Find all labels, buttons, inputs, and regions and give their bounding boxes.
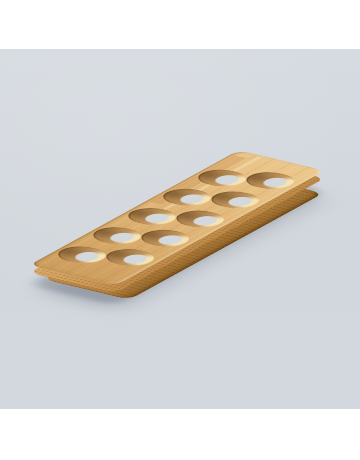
photo-background — [0, 49, 360, 409]
product-photo — [0, 0, 360, 460]
